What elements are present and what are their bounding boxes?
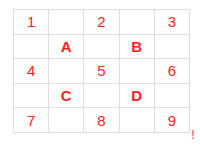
grid-cell-r4c4[interactable]: D <box>120 84 154 108</box>
grid-cell-r4c3[interactable] <box>84 84 118 108</box>
grid-cell-r1c5[interactable]: 3 <box>155 10 189 34</box>
puzzle-grid: 1 2 3 A B 4 5 6 C D 7 8 9 <box>13 9 190 133</box>
grid-cell-r3c3[interactable]: 5 <box>84 59 118 83</box>
grid-cell-r1c4[interactable] <box>120 10 154 34</box>
grid-cell-r5c4[interactable] <box>120 108 154 132</box>
grid-cell-r1c3[interactable]: 2 <box>84 10 118 34</box>
grid-cell-r2c3[interactable] <box>84 35 118 59</box>
grid-cell-r4c5[interactable] <box>155 84 189 108</box>
page: 1 2 3 A B 4 5 6 C D 7 8 9 ! <box>0 0 200 150</box>
grid-cell-r1c2[interactable] <box>49 10 83 34</box>
grid-cell-r3c1[interactable]: 4 <box>14 59 48 83</box>
grid-cell-r1c1[interactable]: 1 <box>14 10 48 34</box>
alert-exclamation-mark: ! <box>191 129 195 141</box>
grid-cell-r2c5[interactable] <box>155 35 189 59</box>
grid-cell-r2c1[interactable] <box>14 35 48 59</box>
grid-cell-r3c5[interactable]: 6 <box>155 59 189 83</box>
grid-cell-r5c5[interactable]: 9 <box>155 108 189 132</box>
grid-cell-r4c2[interactable]: C <box>49 84 83 108</box>
grid-cell-r4c1[interactable] <box>14 84 48 108</box>
grid-cell-r3c2[interactable] <box>49 59 83 83</box>
grid-cell-r5c2[interactable] <box>49 108 83 132</box>
grid-cell-r2c4[interactable]: B <box>120 35 154 59</box>
grid-cell-r3c4[interactable] <box>120 59 154 83</box>
grid-cell-r5c3[interactable]: 8 <box>84 108 118 132</box>
grid-cell-r2c2[interactable]: A <box>49 35 83 59</box>
grid-cell-r5c1[interactable]: 7 <box>14 108 48 132</box>
